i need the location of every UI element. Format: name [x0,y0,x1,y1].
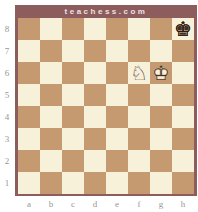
file-label-d: d [84,197,106,210]
square-f6[interactable]: ♞♘ [128,62,150,84]
white-knight-outline-icon: ♘ [128,62,150,84]
square-g3[interactable] [150,128,172,150]
square-b4[interactable] [40,106,62,128]
square-e2[interactable] [106,150,128,172]
square-a6[interactable] [18,62,40,84]
white-king-icon: ♚ [150,62,172,84]
square-a7[interactable] [18,40,40,62]
square-b3[interactable] [40,128,62,150]
square-d1[interactable] [84,172,106,194]
rank-label-6: 6 [0,62,14,84]
square-h1[interactable] [172,172,194,194]
rank-label-2: 2 [0,150,14,172]
chess-board: ♚♔♞♘♚♔ [18,18,194,194]
square-a3[interactable] [18,128,40,150]
square-f2[interactable] [128,150,150,172]
square-d4[interactable] [84,106,106,128]
square-g5[interactable] [150,84,172,106]
file-label-e: e [106,197,128,210]
square-e7[interactable] [106,40,128,62]
square-g7[interactable] [150,40,172,62]
square-h4[interactable] [172,106,194,128]
rank-label-5: 5 [0,84,14,106]
rank-label-8: 8 [0,18,14,40]
rank-labels: 87654321 [0,18,14,194]
site-banner-text: teachess.com [65,7,148,16]
square-b6[interactable] [40,62,62,84]
square-d6[interactable] [84,62,106,84]
square-g1[interactable] [150,172,172,194]
square-d8[interactable] [84,18,106,40]
white-knight[interactable]: ♞♘ [128,62,150,84]
file-label-g: g [150,197,172,210]
file-labels: abcdefgh [18,197,194,210]
square-d5[interactable] [84,84,106,106]
square-e5[interactable] [106,84,128,106]
square-a4[interactable] [18,106,40,128]
square-b7[interactable] [40,40,62,62]
square-h2[interactable] [172,150,194,172]
file-label-a: a [18,197,40,210]
rank-label-3: 3 [0,128,14,150]
white-king-outline-icon: ♔ [150,62,172,84]
rank-label-7: 7 [0,40,14,62]
square-a2[interactable] [18,150,40,172]
square-c3[interactable] [62,128,84,150]
square-g6[interactable]: ♚♔ [150,62,172,84]
square-f1[interactable] [128,172,150,194]
square-f8[interactable] [128,18,150,40]
square-a8[interactable] [18,18,40,40]
file-label-f: f [128,197,150,210]
white-knight-icon: ♞ [128,62,150,84]
square-h5[interactable] [172,84,194,106]
square-c1[interactable] [62,172,84,194]
square-h6[interactable] [172,62,194,84]
square-e8[interactable] [106,18,128,40]
square-b5[interactable] [40,84,62,106]
square-b8[interactable] [40,18,62,40]
square-a1[interactable] [18,172,40,194]
square-h7[interactable] [172,40,194,62]
square-h3[interactable] [172,128,194,150]
square-g8[interactable] [150,18,172,40]
chess-diagram-page: 87654321 teachess.com ♚♔♞♘♚♔ abcdefgh [0,0,198,212]
square-b1[interactable] [40,172,62,194]
square-e3[interactable] [106,128,128,150]
square-g4[interactable] [150,106,172,128]
board-frame: teachess.com ♚♔♞♘♚♔ [15,5,197,196]
square-a5[interactable] [18,84,40,106]
square-c4[interactable] [62,106,84,128]
square-f7[interactable] [128,40,150,62]
square-f3[interactable] [128,128,150,150]
black-king-outline-icon: ♔ [172,18,194,40]
square-e6[interactable] [106,62,128,84]
square-d3[interactable] [84,128,106,150]
rank-label-1: 1 [0,172,14,194]
square-c6[interactable] [62,62,84,84]
white-king[interactable]: ♚♔ [150,62,172,84]
square-e1[interactable] [106,172,128,194]
square-e4[interactable] [106,106,128,128]
square-c8[interactable] [62,18,84,40]
square-c7[interactable] [62,40,84,62]
black-king[interactable]: ♚♔ [172,18,194,40]
square-g2[interactable] [150,150,172,172]
file-label-h: h [172,197,194,210]
black-king-icon: ♚ [172,18,194,40]
square-f4[interactable] [128,106,150,128]
site-banner: teachess.com [18,5,194,18]
square-d2[interactable] [84,150,106,172]
square-d7[interactable] [84,40,106,62]
square-c2[interactable] [62,150,84,172]
square-f5[interactable] [128,84,150,106]
rank-label-4: 4 [0,106,14,128]
file-label-c: c [62,197,84,210]
file-label-b: b [40,197,62,210]
square-h8[interactable]: ♚♔ [172,18,194,40]
square-c5[interactable] [62,84,84,106]
square-b2[interactable] [40,150,62,172]
